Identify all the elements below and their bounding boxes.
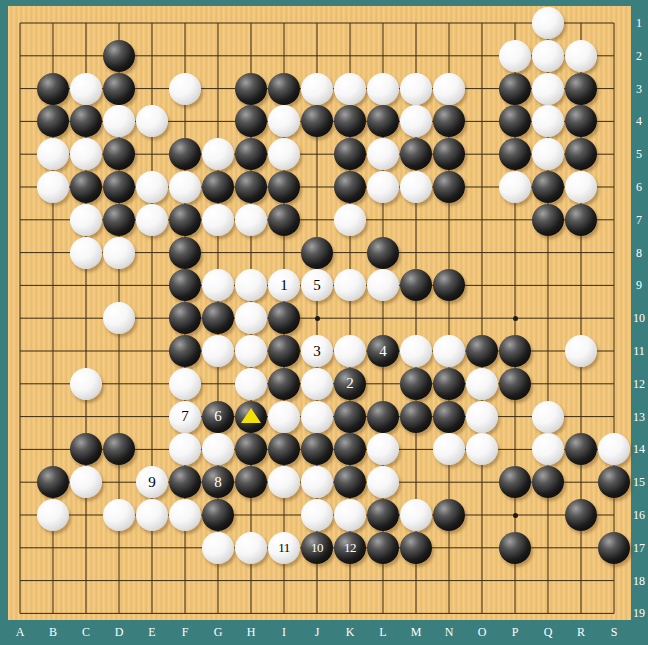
black-stone-I10[interactable] bbox=[268, 302, 300, 334]
white-stone-K7[interactable] bbox=[334, 204, 366, 236]
move-number-label: 4 bbox=[379, 344, 387, 359]
black-stone-M12[interactable] bbox=[400, 368, 432, 400]
move-number-label: 8 bbox=[214, 475, 222, 490]
column-label-I: I bbox=[273, 625, 295, 639]
black-stone-R16[interactable] bbox=[565, 499, 597, 531]
black-stone-F10[interactable] bbox=[169, 302, 201, 334]
black-stone-D7[interactable] bbox=[103, 204, 135, 236]
star-point bbox=[513, 316, 518, 321]
black-stone-L13[interactable] bbox=[367, 401, 399, 433]
white-stone-M3[interactable] bbox=[400, 73, 432, 105]
black-stone-K12[interactable]: 2 bbox=[334, 368, 366, 400]
column-label-R: R bbox=[570, 625, 592, 639]
row-label-4: 4 bbox=[631, 114, 647, 128]
row-label-16: 16 bbox=[631, 508, 647, 522]
white-stone-F12[interactable] bbox=[169, 368, 201, 400]
column-label-C: C bbox=[75, 625, 97, 639]
row-label-19: 19 bbox=[631, 606, 647, 620]
black-stone-N13[interactable] bbox=[433, 401, 465, 433]
column-label-D: D bbox=[108, 625, 130, 639]
white-stone-B16[interactable] bbox=[37, 499, 69, 531]
column-label-F: F bbox=[174, 625, 196, 639]
white-stone-I15[interactable] bbox=[268, 466, 300, 498]
column-label-Q: Q bbox=[537, 625, 559, 639]
column-label-N: N bbox=[438, 625, 460, 639]
star-point bbox=[513, 513, 518, 518]
black-stone-P11[interactable] bbox=[499, 335, 531, 367]
white-stone-L6[interactable] bbox=[367, 171, 399, 203]
move-number-label: 6 bbox=[214, 409, 222, 424]
column-label-L: L bbox=[372, 625, 394, 639]
move-number-label: 7 bbox=[181, 409, 189, 424]
white-stone-J11[interactable]: 3 bbox=[301, 335, 333, 367]
white-stone-G7[interactable] bbox=[202, 204, 234, 236]
white-stone-L3[interactable] bbox=[367, 73, 399, 105]
white-stone-G17[interactable] bbox=[202, 532, 234, 564]
white-stone-E15[interactable]: 9 bbox=[136, 466, 168, 498]
black-stone-R5[interactable] bbox=[565, 138, 597, 170]
black-stone-F8[interactable] bbox=[169, 237, 201, 269]
row-label-12: 12 bbox=[631, 377, 647, 391]
white-stone-Q2[interactable] bbox=[532, 40, 564, 72]
black-stone-L16[interactable] bbox=[367, 499, 399, 531]
move-number-label: 2 bbox=[346, 376, 354, 391]
black-stone-K13[interactable] bbox=[334, 401, 366, 433]
white-stone-F13[interactable]: 7 bbox=[169, 401, 201, 433]
black-stone-B3[interactable] bbox=[37, 73, 69, 105]
black-stone-Q6[interactable] bbox=[532, 171, 564, 203]
white-stone-J3[interactable] bbox=[301, 73, 333, 105]
white-stone-N3[interactable] bbox=[433, 73, 465, 105]
row-label-18: 18 bbox=[631, 574, 647, 588]
white-stone-H17[interactable] bbox=[235, 532, 267, 564]
white-stone-J13[interactable] bbox=[301, 401, 333, 433]
black-stone-J17[interactable]: 10 bbox=[301, 532, 333, 564]
black-stone-D3[interactable] bbox=[103, 73, 135, 105]
row-label-2: 2 bbox=[631, 49, 647, 63]
black-stone-H3[interactable] bbox=[235, 73, 267, 105]
white-stone-J12[interactable] bbox=[301, 368, 333, 400]
row-label-1: 1 bbox=[631, 16, 647, 30]
white-stone-O13[interactable] bbox=[466, 401, 498, 433]
white-stone-M16[interactable] bbox=[400, 499, 432, 531]
white-stone-P6[interactable] bbox=[499, 171, 531, 203]
go-board[interactable]: 153427698111012 bbox=[8, 6, 631, 620]
white-stone-Q3[interactable] bbox=[532, 73, 564, 105]
white-stone-L5[interactable] bbox=[367, 138, 399, 170]
black-stone-I12[interactable] bbox=[268, 368, 300, 400]
white-stone-H11[interactable] bbox=[235, 335, 267, 367]
column-label-B: B bbox=[42, 625, 64, 639]
black-stone-Q7[interactable] bbox=[532, 204, 564, 236]
black-stone-N6[interactable] bbox=[433, 171, 465, 203]
row-label-8: 8 bbox=[631, 246, 647, 260]
white-stone-C8[interactable] bbox=[70, 237, 102, 269]
white-stone-B5[interactable] bbox=[37, 138, 69, 170]
black-stone-P15[interactable] bbox=[499, 466, 531, 498]
white-stone-G11[interactable] bbox=[202, 335, 234, 367]
star-point bbox=[315, 316, 320, 321]
black-stone-M17[interactable] bbox=[400, 532, 432, 564]
white-stone-H10[interactable] bbox=[235, 302, 267, 334]
black-stone-S15[interactable] bbox=[598, 466, 630, 498]
white-stone-P2[interactable] bbox=[499, 40, 531, 72]
row-label-5: 5 bbox=[631, 147, 647, 161]
white-stone-E16[interactable] bbox=[136, 499, 168, 531]
black-stone-I6[interactable] bbox=[268, 171, 300, 203]
white-stone-C12[interactable] bbox=[70, 368, 102, 400]
black-stone-L11[interactable]: 4 bbox=[367, 335, 399, 367]
white-stone-J15[interactable] bbox=[301, 466, 333, 498]
black-stone-H15[interactable] bbox=[235, 466, 267, 498]
black-stone-G6[interactable] bbox=[202, 171, 234, 203]
black-stone-G13[interactable]: 6 bbox=[202, 401, 234, 433]
row-label-3: 3 bbox=[631, 82, 647, 96]
black-stone-F7[interactable] bbox=[169, 204, 201, 236]
black-stone-G15[interactable]: 8 bbox=[202, 466, 234, 498]
white-stone-H12[interactable] bbox=[235, 368, 267, 400]
white-stone-I17[interactable]: 11 bbox=[268, 532, 300, 564]
white-stone-L15[interactable] bbox=[367, 466, 399, 498]
black-stone-F15[interactable] bbox=[169, 466, 201, 498]
black-stone-L8[interactable] bbox=[367, 237, 399, 269]
row-label-17: 17 bbox=[631, 541, 647, 555]
column-label-E: E bbox=[141, 625, 163, 639]
black-stone-L17[interactable] bbox=[367, 532, 399, 564]
black-stone-P12[interactable] bbox=[499, 368, 531, 400]
white-stone-K3[interactable] bbox=[334, 73, 366, 105]
white-stone-Q1[interactable] bbox=[532, 7, 564, 39]
white-stone-R11[interactable] bbox=[565, 335, 597, 367]
black-stone-P5[interactable] bbox=[499, 138, 531, 170]
white-stone-K11[interactable] bbox=[334, 335, 366, 367]
black-stone-P3[interactable] bbox=[499, 73, 531, 105]
black-stone-M5[interactable] bbox=[400, 138, 432, 170]
white-stone-F6[interactable] bbox=[169, 171, 201, 203]
white-stone-R6[interactable] bbox=[565, 171, 597, 203]
black-stone-I7[interactable] bbox=[268, 204, 300, 236]
white-stone-Q5[interactable] bbox=[532, 138, 564, 170]
black-stone-I11[interactable] bbox=[268, 335, 300, 367]
move-number-label: 11 bbox=[278, 541, 290, 554]
row-label-6: 6 bbox=[631, 180, 647, 194]
black-stone-O11[interactable] bbox=[466, 335, 498, 367]
black-stone-R3[interactable] bbox=[565, 73, 597, 105]
column-label-M: M bbox=[405, 625, 427, 639]
white-stone-H7[interactable] bbox=[235, 204, 267, 236]
white-stone-I5[interactable] bbox=[268, 138, 300, 170]
white-stone-M11[interactable] bbox=[400, 335, 432, 367]
move-number-label: 12 bbox=[344, 541, 356, 554]
go-game-screenshot: 153427698111012 123456789101112131415161… bbox=[0, 0, 648, 645]
black-stone-J8[interactable] bbox=[301, 237, 333, 269]
white-stone-K16[interactable] bbox=[334, 499, 366, 531]
white-stone-D16[interactable] bbox=[103, 499, 135, 531]
row-label-14: 14 bbox=[631, 442, 647, 456]
black-stone-C6[interactable] bbox=[70, 171, 102, 203]
white-stone-F16[interactable] bbox=[169, 499, 201, 531]
column-label-G: G bbox=[207, 625, 229, 639]
black-stone-R7[interactable] bbox=[565, 204, 597, 236]
white-stone-J16[interactable] bbox=[301, 499, 333, 531]
white-stone-C5[interactable] bbox=[70, 138, 102, 170]
column-label-P: P bbox=[504, 625, 526, 639]
black-stone-P17[interactable] bbox=[499, 532, 531, 564]
black-stone-K5[interactable] bbox=[334, 138, 366, 170]
black-stone-D5[interactable] bbox=[103, 138, 135, 170]
black-stone-N5[interactable] bbox=[433, 138, 465, 170]
column-label-O: O bbox=[471, 625, 493, 639]
black-stone-N12[interactable] bbox=[433, 368, 465, 400]
white-stone-R2[interactable] bbox=[565, 40, 597, 72]
triangle-marker bbox=[241, 408, 261, 423]
column-label-A: A bbox=[9, 625, 31, 639]
black-stone-G16[interactable] bbox=[202, 499, 234, 531]
white-stone-Q13[interactable] bbox=[532, 401, 564, 433]
black-stone-F5[interactable] bbox=[169, 138, 201, 170]
row-label-10: 10 bbox=[631, 311, 647, 325]
black-stone-H6[interactable] bbox=[235, 171, 267, 203]
white-stone-E6[interactable] bbox=[136, 171, 168, 203]
column-label-H: H bbox=[240, 625, 262, 639]
white-stone-B6[interactable] bbox=[37, 171, 69, 203]
move-number-label: 9 bbox=[148, 475, 156, 490]
white-stone-N11[interactable] bbox=[433, 335, 465, 367]
white-stone-G5[interactable] bbox=[202, 138, 234, 170]
black-stone-K17[interactable]: 12 bbox=[334, 532, 366, 564]
move-number-label: 1 bbox=[280, 278, 288, 293]
black-stone-H5[interactable] bbox=[235, 138, 267, 170]
black-stone-K15[interactable] bbox=[334, 466, 366, 498]
column-label-K: K bbox=[339, 625, 361, 639]
white-stone-E7[interactable] bbox=[136, 204, 168, 236]
row-label-11: 11 bbox=[631, 344, 647, 358]
move-number-label: 3 bbox=[313, 344, 321, 359]
white-stone-I13[interactable] bbox=[268, 401, 300, 433]
black-stone-K6[interactable] bbox=[334, 171, 366, 203]
black-stone-M13[interactable] bbox=[400, 401, 432, 433]
white-stone-C7[interactable] bbox=[70, 204, 102, 236]
black-stone-S17[interactable] bbox=[598, 532, 630, 564]
black-stone-I3[interactable] bbox=[268, 73, 300, 105]
white-stone-F3[interactable] bbox=[169, 73, 201, 105]
white-stone-M6[interactable] bbox=[400, 171, 432, 203]
row-label-7: 7 bbox=[631, 213, 647, 227]
row-label-13: 13 bbox=[631, 410, 647, 424]
black-stone-N16[interactable] bbox=[433, 499, 465, 531]
black-stone-D2[interactable] bbox=[103, 40, 135, 72]
black-stone-G10[interactable] bbox=[202, 302, 234, 334]
move-number-label: 10 bbox=[311, 541, 323, 554]
move-number-label: 5 bbox=[313, 278, 321, 293]
white-stone-O12[interactable] bbox=[466, 368, 498, 400]
black-stone-D6[interactable] bbox=[103, 171, 135, 203]
white-stone-C3[interactable] bbox=[70, 73, 102, 105]
row-label-15: 15 bbox=[631, 475, 647, 489]
black-stone-F11[interactable] bbox=[169, 335, 201, 367]
black-stone-B15[interactable] bbox=[37, 466, 69, 498]
row-label-9: 9 bbox=[631, 278, 647, 292]
column-label-J: J bbox=[306, 625, 328, 639]
white-stone-D8[interactable] bbox=[103, 237, 135, 269]
column-label-S: S bbox=[603, 625, 625, 639]
white-stone-C15[interactable] bbox=[70, 466, 102, 498]
white-stone-D10[interactable] bbox=[103, 302, 135, 334]
black-stone-Q15[interactable] bbox=[532, 466, 564, 498]
